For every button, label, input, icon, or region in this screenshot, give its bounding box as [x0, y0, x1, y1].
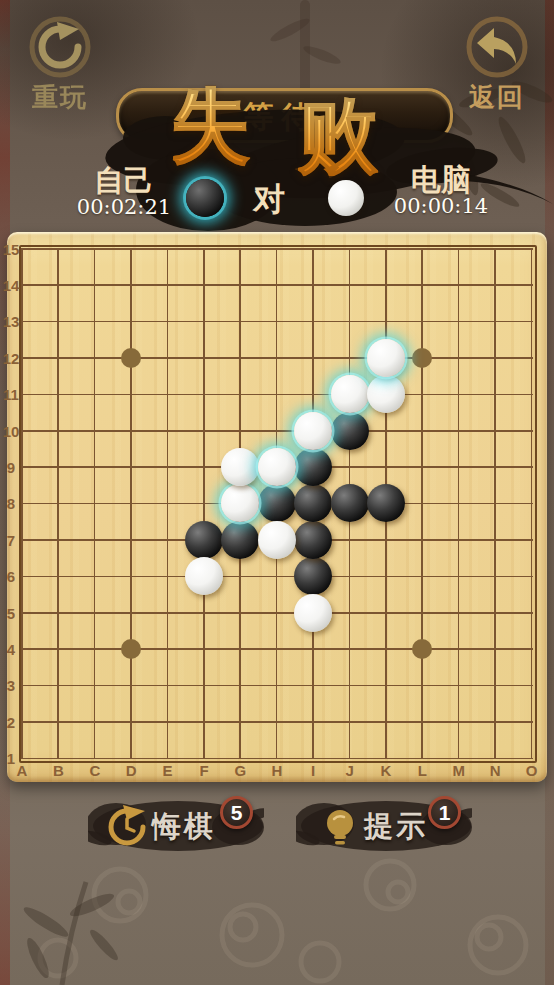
game-board[interactable]: ABCDEFGHIJKLMNO123456789101112131415	[7, 232, 547, 782]
row-label-15: 15	[3, 240, 20, 257]
player-left-timer: 00:02:21	[54, 195, 194, 219]
player-left-stone-indicator	[186, 179, 224, 217]
row-label-5: 5	[7, 604, 15, 621]
col-label-A: A	[17, 762, 28, 779]
back-button[interactable]: 返回	[454, 14, 540, 110]
back-label: 返回	[454, 80, 540, 115]
col-label-O: O	[526, 762, 538, 779]
stone-black-I6	[294, 557, 332, 595]
row-label-1: 1	[7, 750, 15, 767]
col-label-C: C	[89, 762, 100, 779]
row-label-11: 11	[3, 386, 19, 403]
replay-button[interactable]: 重玩	[17, 14, 103, 110]
player-right-timer: 00:00:14	[371, 194, 511, 218]
row-label-14: 14	[3, 277, 20, 294]
replay-icon	[27, 14, 93, 80]
undo-button[interactable]: 悔棋 5	[88, 794, 264, 860]
star-point-L4	[412, 639, 432, 659]
player-right-stone-indicator	[328, 180, 364, 216]
col-label-J: J	[345, 762, 353, 779]
back-icon	[464, 14, 530, 80]
hint-bulb-icon	[318, 805, 362, 849]
stone-white-K12	[367, 339, 405, 377]
stone-white-K11	[367, 375, 405, 413]
col-label-B: B	[53, 762, 64, 779]
row-label-9: 9	[7, 459, 15, 476]
row-label-8: 8	[7, 495, 15, 512]
stone-black-J10	[331, 412, 369, 450]
row-label-2: 2	[7, 713, 15, 730]
stone-black-H8	[258, 484, 296, 522]
stone-black-K8	[367, 484, 405, 522]
stone-white-J11	[331, 375, 369, 413]
col-label-D: D	[126, 762, 137, 779]
undo-clock-icon	[105, 805, 149, 849]
hint-button[interactable]: 提示 1	[296, 794, 472, 860]
col-label-K: K	[381, 762, 392, 779]
undo-count-badge: 5	[220, 796, 253, 829]
col-label-H: H	[271, 762, 282, 779]
star-point-D12	[121, 348, 141, 368]
star-point-D4	[121, 639, 141, 659]
stone-white-H7	[258, 521, 296, 559]
result-char-1: 失	[170, 86, 250, 166]
col-label-L: L	[418, 762, 427, 779]
stone-black-F7	[185, 521, 223, 559]
status-banner-text: 等待	[116, 97, 447, 138]
replay-label: 重玩	[17, 80, 103, 115]
stone-black-I9	[294, 448, 332, 486]
row-label-3: 3	[7, 677, 15, 694]
col-label-F: F	[199, 762, 208, 779]
star-point-L12	[412, 348, 432, 368]
col-label-N: N	[490, 762, 501, 779]
col-label-E: E	[163, 762, 173, 779]
stone-white-F6	[185, 557, 223, 595]
row-label-13: 13	[3, 313, 20, 330]
stone-white-G9	[221, 448, 259, 486]
row-label-10: 10	[3, 422, 20, 439]
row-label-4: 4	[7, 641, 15, 658]
hint-count-badge: 1	[428, 796, 461, 829]
col-label-I: I	[311, 762, 315, 779]
gomoku-app: 重玩 返回 等待 自己 00:02:21 对 电脑 00:00:14 ABCDE…	[0, 0, 554, 985]
row-label-12: 12	[3, 349, 20, 366]
stone-white-I10	[294, 412, 332, 450]
stone-white-H9	[258, 448, 296, 486]
col-label-M: M	[453, 762, 466, 779]
versus-label: 对	[239, 178, 299, 222]
stone-white-I5	[294, 594, 332, 632]
stone-black-J8	[331, 484, 369, 522]
row-label-6: 6	[7, 568, 15, 585]
row-label-7: 7	[7, 531, 15, 548]
stone-black-I8	[294, 484, 332, 522]
stone-black-G7	[221, 521, 259, 559]
result-char-2: 败	[298, 96, 378, 176]
stone-black-I7	[294, 521, 332, 559]
stone-white-G8	[221, 484, 259, 522]
col-label-G: G	[235, 762, 247, 779]
